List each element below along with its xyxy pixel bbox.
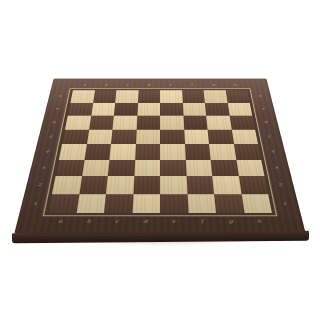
rank-label-2: 2 <box>271 176 290 194</box>
square-c6[interactable] <box>112 115 136 129</box>
file-label-h: h <box>244 215 274 227</box>
square-e5[interactable] <box>160 129 185 144</box>
square-a1[interactable] <box>48 193 79 212</box>
square-e7[interactable] <box>160 102 183 115</box>
square-d8[interactable] <box>138 90 160 102</box>
square-c1[interactable] <box>104 193 133 212</box>
square-b4[interactable] <box>84 144 111 160</box>
square-f7[interactable] <box>182 102 206 115</box>
square-a3[interactable] <box>55 159 84 176</box>
rank-label-1: 1 <box>275 193 295 212</box>
square-g2[interactable] <box>212 176 241 194</box>
square-f4[interactable] <box>185 144 211 160</box>
file-label-c: c <box>103 215 132 227</box>
file-label-b: b <box>95 81 117 87</box>
square-f2[interactable] <box>186 176 214 194</box>
square-c7[interactable] <box>114 102 138 115</box>
square-g7[interactable] <box>205 102 229 115</box>
rank-label-4: 4 <box>264 144 282 160</box>
rank-label-6: 6 <box>46 115 63 129</box>
file-label-f: f <box>188 215 217 227</box>
square-c5[interactable] <box>111 129 136 144</box>
board-perspective-scene: abcdefgh abcdefgh 87654321 87654321 <box>14 78 306 233</box>
square-b3[interactable] <box>82 159 110 176</box>
square-f5[interactable] <box>184 129 209 144</box>
rank-label-7: 7 <box>49 102 65 115</box>
square-d5[interactable] <box>136 129 161 144</box>
square-b5[interactable] <box>87 129 113 144</box>
rank-label-3: 3 <box>34 159 52 176</box>
square-e4[interactable] <box>160 144 185 160</box>
square-e1[interactable] <box>160 193 188 212</box>
square-b2[interactable] <box>79 176 108 194</box>
square-h4[interactable] <box>234 144 262 160</box>
rank-label-6: 6 <box>258 115 275 129</box>
square-d4[interactable] <box>135 144 160 160</box>
square-f6[interactable] <box>183 115 207 129</box>
square-g4[interactable] <box>209 144 236 160</box>
square-e3[interactable] <box>160 159 186 176</box>
rank-label-5: 5 <box>42 129 59 144</box>
square-f8[interactable] <box>182 90 205 102</box>
rank-label-8: 8 <box>252 90 267 102</box>
file-label-e: e <box>160 215 189 227</box>
square-h8[interactable] <box>225 90 249 102</box>
file-label-c: c <box>117 81 139 87</box>
file-label-g: g <box>216 215 246 227</box>
square-h5[interactable] <box>231 129 258 144</box>
file-labels-bottom: abcdefgh <box>45 215 275 227</box>
chess-board: abcdefgh abcdefgh 87654321 87654321 <box>14 78 306 233</box>
square-e6[interactable] <box>160 115 184 129</box>
file-label-a: a <box>45 215 75 227</box>
file-label-a: a <box>73 81 96 87</box>
square-c8[interactable] <box>115 90 138 102</box>
square-a4[interactable] <box>59 144 87 160</box>
square-a7[interactable] <box>68 102 93 115</box>
rank-label-2: 2 <box>30 176 49 194</box>
board-field <box>48 90 272 213</box>
square-d3[interactable] <box>134 159 160 176</box>
file-label-f: f <box>181 81 203 87</box>
square-e8[interactable] <box>160 90 182 102</box>
rank-label-4: 4 <box>38 144 56 160</box>
square-g8[interactable] <box>204 90 228 102</box>
square-b1[interactable] <box>76 193 106 212</box>
square-c3[interactable] <box>108 159 135 176</box>
square-h7[interactable] <box>227 102 252 115</box>
square-h2[interactable] <box>238 176 268 194</box>
photo-background: abcdefgh abcdefgh 87654321 87654321 <box>0 0 320 320</box>
rank-label-1: 1 <box>25 193 45 212</box>
file-label-d: d <box>131 215 160 227</box>
square-c4[interactable] <box>109 144 135 160</box>
square-a5[interactable] <box>62 129 89 144</box>
square-h3[interactable] <box>236 159 265 176</box>
square-c2[interactable] <box>106 176 134 194</box>
square-b8[interactable] <box>93 90 117 102</box>
square-f3[interactable] <box>185 159 212 176</box>
file-label-d: d <box>138 81 160 87</box>
square-g5[interactable] <box>208 129 234 144</box>
square-h1[interactable] <box>241 193 272 212</box>
file-label-g: g <box>203 81 225 87</box>
square-a2[interactable] <box>52 176 82 194</box>
rank-label-8: 8 <box>52 90 67 102</box>
square-e2[interactable] <box>160 176 187 194</box>
square-a6[interactable] <box>65 115 91 129</box>
square-d1[interactable] <box>132 193 160 212</box>
square-d6[interactable] <box>136 115 160 129</box>
file-label-b: b <box>74 215 104 227</box>
rank-label-3: 3 <box>267 159 285 176</box>
square-d2[interactable] <box>133 176 160 194</box>
square-g6[interactable] <box>206 115 231 129</box>
square-f1[interactable] <box>187 193 216 212</box>
square-h6[interactable] <box>229 115 255 129</box>
square-d7[interactable] <box>137 102 160 115</box>
rank-label-7: 7 <box>255 102 271 115</box>
square-g3[interactable] <box>211 159 239 176</box>
square-b6[interactable] <box>89 115 114 129</box>
file-label-e: e <box>160 81 182 87</box>
file-labels-top: abcdefgh <box>73 81 246 87</box>
rank-label-5: 5 <box>261 129 278 144</box>
square-a8[interactable] <box>70 90 94 102</box>
file-label-h: h <box>224 81 247 87</box>
square-g1[interactable] <box>214 193 244 212</box>
square-b7[interactable] <box>91 102 115 115</box>
